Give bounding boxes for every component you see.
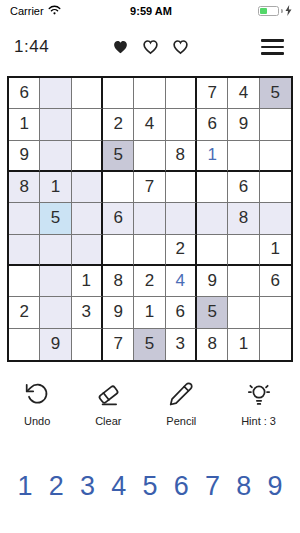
cell-r5c6[interactable]	[166, 203, 197, 234]
numpad-key-1[interactable]: 1	[13, 471, 37, 502]
cell-r6c3[interactable]	[72, 235, 103, 266]
heart-empty-icon	[171, 38, 190, 56]
cell-r4c9[interactable]	[260, 172, 291, 203]
hint-button[interactable]: Hint : 3	[241, 381, 276, 427]
charging-bolt-icon	[285, 2, 292, 20]
cell-r8c7[interactable]: 5	[197, 297, 228, 328]
undo-button[interactable]: Undo	[24, 381, 50, 427]
menu-icon	[261, 39, 284, 41]
cell-r2c7[interactable]: 6	[197, 109, 228, 140]
cell-r4c8[interactable]: 6	[228, 172, 259, 203]
lightbulb-icon	[246, 381, 272, 410]
cell-r3c6[interactable]: 8	[166, 141, 197, 172]
cell-r7c3[interactable]: 1	[72, 266, 103, 297]
cell-r4c2[interactable]: 1	[40, 172, 71, 203]
cell-r8c6[interactable]: 6	[166, 297, 197, 328]
cell-r3c3[interactable]	[72, 141, 103, 172]
cell-r2c6[interactable]	[166, 109, 197, 140]
clock: 9:59 AM	[130, 5, 172, 17]
cell-r8c4[interactable]: 9	[103, 297, 134, 328]
undo-icon	[24, 381, 50, 410]
cell-r7c6[interactable]: 4	[166, 266, 197, 297]
cell-r8c5[interactable]: 1	[134, 297, 165, 328]
heart-filled-icon	[111, 38, 130, 56]
cell-r7c7[interactable]: 9	[197, 266, 228, 297]
cell-r6c1[interactable]	[9, 235, 40, 266]
cell-r4c3[interactable]	[72, 172, 103, 203]
cell-r6c8[interactable]	[228, 235, 259, 266]
hint-label: Hint : 3	[241, 415, 276, 427]
cell-r4c7[interactable]	[197, 172, 228, 203]
cell-r9c1[interactable]	[9, 329, 40, 360]
cell-r7c2[interactable]	[40, 266, 71, 297]
cell-r3c9[interactable]	[260, 141, 291, 172]
cell-r1c8[interactable]: 4	[228, 78, 259, 109]
cell-r1c9[interactable]: 5	[260, 78, 291, 109]
cell-r8c9[interactable]	[260, 297, 291, 328]
cell-r6c5[interactable]	[134, 235, 165, 266]
cell-r2c1[interactable]: 1	[9, 109, 40, 140]
cell-r9c9[interactable]	[260, 329, 291, 360]
toolbar: Undo Clear Pencil	[0, 381, 300, 427]
cell-r9c2[interactable]: 9	[40, 329, 71, 360]
cell-r6c6[interactable]: 2	[166, 235, 197, 266]
cell-r9c5[interactable]: 5	[134, 329, 165, 360]
carrier-label: Carrier	[10, 5, 44, 17]
cell-r5c3[interactable]	[72, 203, 103, 234]
pencil-label: Pencil	[166, 415, 196, 427]
status-bar: Carrier 9:59 AM	[0, 0, 300, 20]
cell-r1c5[interactable]	[134, 78, 165, 109]
cell-r5c8[interactable]: 8	[228, 203, 259, 234]
clear-button[interactable]: Clear	[95, 381, 121, 427]
pencil-icon	[168, 381, 194, 410]
cell-r9c6[interactable]: 3	[166, 329, 197, 360]
wifi-icon	[48, 5, 61, 17]
cell-r2c4[interactable]: 2	[103, 109, 134, 140]
cell-r1c2[interactable]	[40, 78, 71, 109]
battery-icon	[258, 6, 279, 16]
numpad-key-6[interactable]: 6	[169, 471, 193, 502]
cell-r7c9[interactable]: 6	[260, 266, 291, 297]
numpad-key-4[interactable]: 4	[107, 471, 131, 502]
cell-r4c4[interactable]	[103, 172, 134, 203]
cell-r1c7[interactable]: 7	[197, 78, 228, 109]
cell-r5c2[interactable]: 5	[40, 203, 71, 234]
cell-r5c9[interactable]	[260, 203, 291, 234]
cell-r5c7[interactable]	[197, 203, 228, 234]
cell-r2c2[interactable]	[40, 109, 71, 140]
numpad: 123456789	[0, 471, 300, 502]
menu-button[interactable]	[259, 37, 286, 56]
numpad-key-3[interactable]: 3	[76, 471, 100, 502]
cell-r4c1[interactable]: 8	[9, 172, 40, 203]
numpad-key-5[interactable]: 5	[138, 471, 162, 502]
numpad-key-8[interactable]: 8	[232, 471, 256, 502]
cell-r6c9[interactable]: 1	[260, 235, 291, 266]
cell-r9c4[interactable]: 7	[103, 329, 134, 360]
cell-r1c1[interactable]: 6	[9, 78, 40, 109]
cell-r4c6[interactable]	[166, 172, 197, 203]
cell-r2c5[interactable]: 4	[134, 109, 165, 140]
cell-r5c4[interactable]: 6	[103, 203, 134, 234]
cell-r3c8[interactable]	[228, 141, 259, 172]
pencil-button[interactable]: Pencil	[166, 381, 196, 427]
lives	[111, 38, 190, 56]
cell-r1c4[interactable]	[103, 78, 134, 109]
eraser-icon	[95, 381, 121, 410]
cell-r3c2[interactable]	[40, 141, 71, 172]
cell-r1c3[interactable]	[72, 78, 103, 109]
cell-r7c1[interactable]	[9, 266, 40, 297]
numpad-key-9[interactable]: 9	[263, 471, 287, 502]
game-header: 1:44	[0, 20, 300, 60]
cell-r3c4[interactable]: 5	[103, 141, 134, 172]
cell-r8c3[interactable]: 3	[72, 297, 103, 328]
cell-r9c8[interactable]: 1	[228, 329, 259, 360]
cell-r1c6[interactable]	[166, 78, 197, 109]
numpad-key-2[interactable]: 2	[44, 471, 68, 502]
timer: 1:44	[14, 37, 49, 57]
cell-r8c1[interactable]: 2	[9, 297, 40, 328]
cell-r3c7[interactable]: 1	[197, 141, 228, 172]
cell-r8c2[interactable]	[40, 297, 71, 328]
cell-r4c5[interactable]: 7	[134, 172, 165, 203]
cell-r3c1[interactable]: 9	[9, 141, 40, 172]
cell-r7c4[interactable]: 8	[103, 266, 134, 297]
cell-r2c3[interactable]	[72, 109, 103, 140]
cell-r9c7[interactable]: 8	[197, 329, 228, 360]
cell-r9c3[interactable]	[72, 329, 103, 360]
cell-r2c9[interactable]	[260, 109, 291, 140]
cell-r8c8[interactable]	[228, 297, 259, 328]
cell-r2c8[interactable]: 9	[228, 109, 259, 140]
numpad-key-7[interactable]: 7	[201, 471, 225, 502]
cell-r3c5[interactable]	[134, 141, 165, 172]
cell-r6c2[interactable]	[40, 235, 71, 266]
cell-r7c5[interactable]: 2	[134, 266, 165, 297]
heart-empty-icon	[141, 38, 160, 56]
sudoku-board: 6745124699581817656821182496239165975381	[7, 76, 293, 362]
cell-r7c8[interactable]	[228, 266, 259, 297]
cell-r5c1[interactable]	[9, 203, 40, 234]
clear-label: Clear	[95, 415, 121, 427]
cell-r6c7[interactable]	[197, 235, 228, 266]
cell-r5c5[interactable]	[134, 203, 165, 234]
undo-label: Undo	[24, 415, 50, 427]
cell-r6c4[interactable]	[103, 235, 134, 266]
